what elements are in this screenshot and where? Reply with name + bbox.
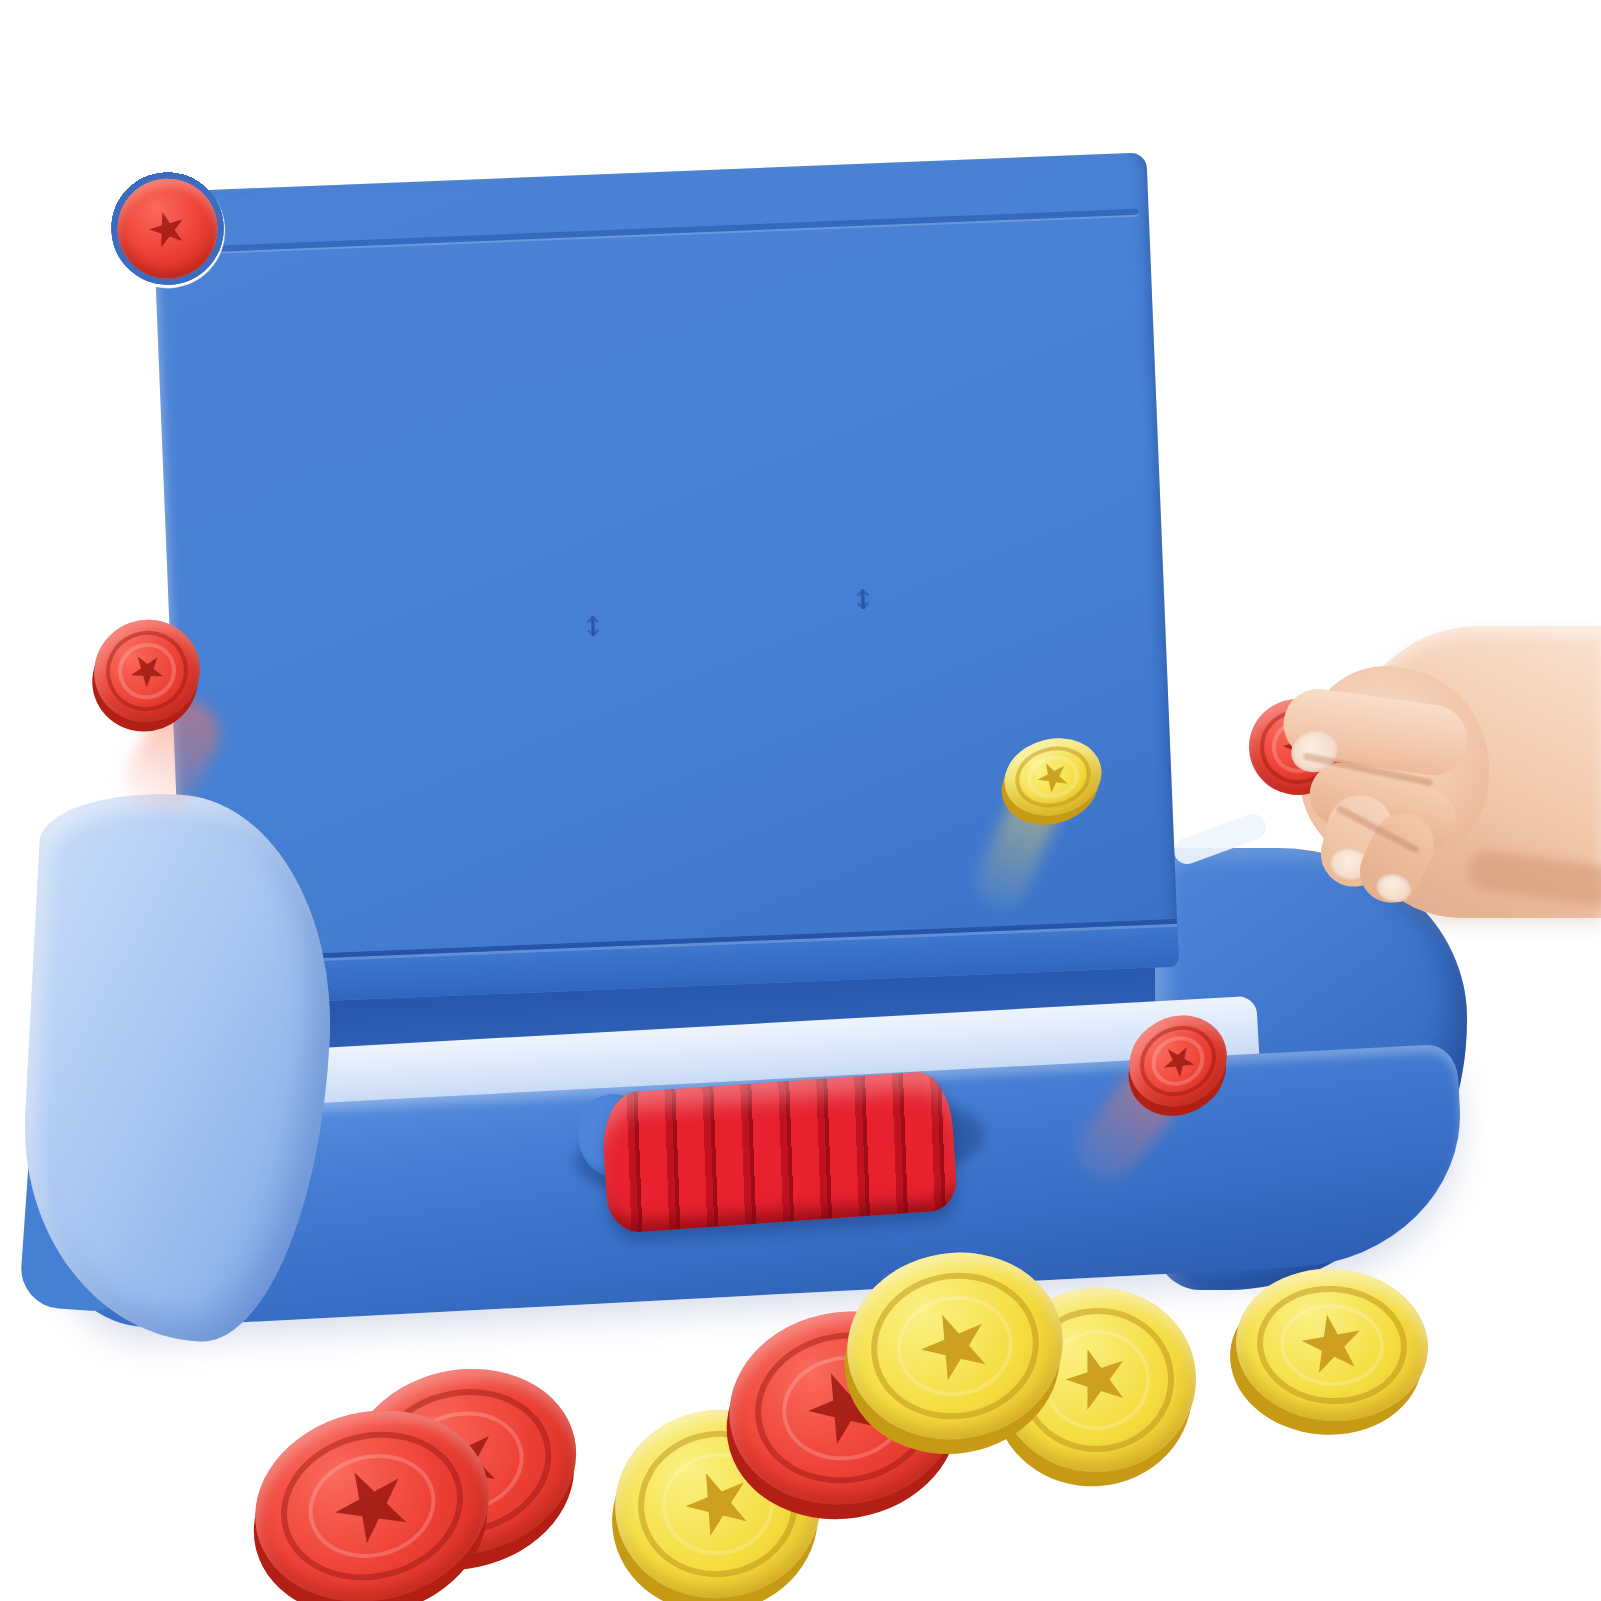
hand-group: ★ bbox=[0, 0, 1601, 1601]
connect-four-product-photo: ★★★★★★★★★★★★★★★★★★★★★★★★★★★★★ ↑ ↓ ↑ ↓ ★ … bbox=[0, 0, 1601, 1601]
